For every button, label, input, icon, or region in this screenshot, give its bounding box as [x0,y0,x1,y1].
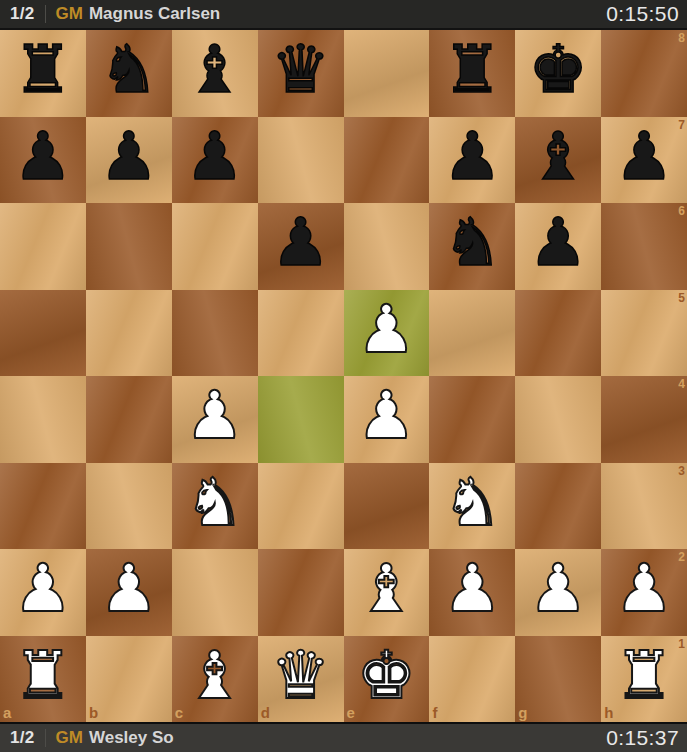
black-rook-f8[interactable]: ♜ [443,37,502,103]
square-g6[interactable]: ♟ [515,203,601,290]
black-pawn-c7[interactable]: ♟ [185,124,244,190]
black-pawn-g6[interactable]: ♟ [529,210,588,276]
square-h3[interactable]: 3 [601,463,687,550]
black-pawn-d6[interactable]: ♟ [271,210,330,276]
chess-game-window: 1/2 GM Magnus Carlsen 0:15:50 ♜♞♝♛♜♚8♟♟♟… [0,0,687,752]
coord-rank-3: 3 [678,464,685,478]
square-a5[interactable] [0,290,86,377]
square-b6[interactable] [86,203,172,290]
square-a2[interactable]: ♟ [0,549,86,636]
white-gm-title: GM [56,728,83,748]
square-a7[interactable]: ♟ [0,117,86,204]
white-pawn-c4[interactable]: ♟ [185,383,244,449]
white-knight-f3[interactable]: ♞ [443,470,502,536]
square-e8[interactable] [344,30,430,117]
coord-file-f: f [432,704,437,721]
square-d7[interactable] [258,117,344,204]
coord-file-h: h [604,704,613,721]
square-g3[interactable] [515,463,601,550]
square-h7[interactable]: ♟7 [601,117,687,204]
square-f4[interactable] [429,376,515,463]
coord-rank-1: 1 [678,637,685,651]
square-b8[interactable]: ♞ [86,30,172,117]
square-e2[interactable]: ♝ [344,549,430,636]
white-rook-h1[interactable]: ♜ [614,643,673,709]
black-knight-f6[interactable]: ♞ [443,210,502,276]
square-f3[interactable]: ♞ [429,463,515,550]
square-e6[interactable] [344,203,430,290]
black-pawn-b7[interactable]: ♟ [99,124,158,190]
white-score: 1/2 [10,728,35,748]
square-c8[interactable]: ♝ [172,30,258,117]
black-bishop-g7[interactable]: ♝ [529,124,588,190]
white-pawn-e4[interactable]: ♟ [357,383,416,449]
square-b2[interactable]: ♟ [86,549,172,636]
coord-rank-5: 5 [678,291,685,305]
black-pawn-f7[interactable]: ♟ [443,124,502,190]
white-pawn-b2[interactable]: ♟ [99,556,158,622]
coord-rank-6: 6 [678,204,685,218]
white-pawn-g2[interactable]: ♟ [529,556,588,622]
square-d2[interactable] [258,549,344,636]
square-d1[interactable]: ♛d [258,636,344,723]
square-f7[interactable]: ♟ [429,117,515,204]
black-rook-a8[interactable]: ♜ [13,37,72,103]
square-e5[interactable]: ♟ [344,290,430,377]
coord-rank-7: 7 [678,118,685,132]
square-h8[interactable]: 8 [601,30,687,117]
square-h6[interactable]: 6 [601,203,687,290]
square-g4[interactable] [515,376,601,463]
square-d5[interactable] [258,290,344,377]
black-clock: 0:15:50 [606,2,679,26]
square-d4[interactable] [258,376,344,463]
square-a1[interactable]: ♜a [0,636,86,723]
square-c2[interactable] [172,549,258,636]
square-f1[interactable]: f [429,636,515,723]
coord-file-d: d [261,704,270,721]
square-c7[interactable]: ♟ [172,117,258,204]
square-b3[interactable] [86,463,172,550]
square-c6[interactable] [172,203,258,290]
coord-file-e: e [347,704,355,721]
black-player-name: Magnus Carlsen [89,4,220,24]
square-b7[interactable]: ♟ [86,117,172,204]
white-clock: 0:15:37 [606,726,679,750]
square-c5[interactable] [172,290,258,377]
player-bar-white: 1/2 GM Wesley So 0:15:37 [0,722,687,752]
white-pawn-e5[interactable]: ♟ [357,297,416,363]
coord-rank-2: 2 [678,550,685,564]
black-pawn-h7[interactable]: ♟ [614,124,673,190]
square-d8[interactable]: ♛ [258,30,344,117]
coord-file-g: g [518,704,527,721]
square-d3[interactable] [258,463,344,550]
square-h1[interactable]: ♜h1 [601,636,687,723]
black-gm-title: GM [56,4,83,24]
square-e3[interactable] [344,463,430,550]
score-divider [45,729,46,747]
square-h4[interactable]: 4 [601,376,687,463]
white-player-name: Wesley So [89,728,174,748]
square-f5[interactable] [429,290,515,377]
square-c3[interactable]: ♞ [172,463,258,550]
black-knight-b8[interactable]: ♞ [99,37,158,103]
square-f2[interactable]: ♟ [429,549,515,636]
square-b1[interactable]: b [86,636,172,723]
black-score: 1/2 [10,4,35,24]
square-a3[interactable] [0,463,86,550]
square-f8[interactable]: ♜ [429,30,515,117]
square-e4[interactable]: ♟ [344,376,430,463]
white-knight-c3[interactable]: ♞ [185,470,244,536]
white-pawn-f2[interactable]: ♟ [443,556,502,622]
square-h5[interactable]: 5 [601,290,687,377]
black-queen-d8[interactable]: ♛ [271,37,330,103]
square-g2[interactable]: ♟ [515,549,601,636]
square-g7[interactable]: ♝ [515,117,601,204]
coord-file-a: a [3,704,11,721]
white-bishop-e2[interactable]: ♝ [357,556,416,622]
black-king-g8[interactable]: ♚ [529,37,588,103]
chess-board: ♜♞♝♛♜♚8♟♟♟♟♝♟7♟♞♟6♟5♟♟4♞♞3♟♟♝♟♟♟2♜ab♝c♛d… [0,30,687,722]
square-d6[interactable]: ♟ [258,203,344,290]
white-pawn-h2[interactable]: ♟ [614,556,673,622]
square-e1[interactable]: ♚e [344,636,430,723]
coord-rank-8: 8 [678,31,685,45]
white-queen-d1[interactable]: ♛ [271,643,330,709]
square-g5[interactable] [515,290,601,377]
square-b4[interactable] [86,376,172,463]
player-bar-black: 1/2 GM Magnus Carlsen 0:15:50 [0,0,687,30]
square-c4[interactable]: ♟ [172,376,258,463]
square-f6[interactable]: ♞ [429,203,515,290]
white-bishop-c1[interactable]: ♝ [185,643,244,709]
square-a8[interactable]: ♜ [0,30,86,117]
square-c1[interactable]: ♝c [172,636,258,723]
square-a4[interactable] [0,376,86,463]
square-b5[interactable] [86,290,172,377]
score-divider [45,5,46,23]
square-g1[interactable]: g [515,636,601,723]
square-h2[interactable]: ♟2 [601,549,687,636]
square-a6[interactable] [0,203,86,290]
square-g8[interactable]: ♚ [515,30,601,117]
black-bishop-c8[interactable]: ♝ [185,37,244,103]
coord-file-b: b [89,704,98,721]
square-e7[interactable] [344,117,430,204]
white-pawn-a2[interactable]: ♟ [13,556,72,622]
coord-rank-4: 4 [678,377,685,391]
coord-file-c: c [175,704,183,721]
white-king-e1[interactable]: ♚ [357,643,416,709]
white-rook-a1[interactable]: ♜ [13,643,72,709]
black-pawn-a7[interactable]: ♟ [13,124,72,190]
